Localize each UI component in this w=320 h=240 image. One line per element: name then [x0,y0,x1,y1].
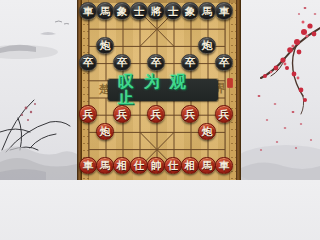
piece-red-advisor[interactable]: 仕 [164,157,182,175]
piece-red-chariot[interactable]: 車 [79,157,97,175]
piece-black-chariot[interactable]: 車 [215,2,233,20]
board-frame-right [236,0,241,180]
piece-red-soldier[interactable]: 兵 [147,105,165,123]
piece-black-cannon[interactable]: 炮 [198,37,216,55]
piece-red-chariot[interactable]: 車 [215,157,233,175]
board-surface[interactable]: 楚 界 車馬象士將士象馬車炮炮卒卒卒卒卒兵兵兵兵兵炮炮車馬相仕帥仕相馬車 叹为观… [82,0,236,180]
piece-black-soldier[interactable]: 卒 [181,54,199,72]
piece-red-horse[interactable]: 馬 [198,157,216,175]
piece-red-soldier[interactable]: 兵 [181,105,199,123]
river-seal-stamp-icon [227,78,233,88]
piece-black-soldier[interactable]: 卒 [147,54,165,72]
caption-banner-text: 叹为观止 [118,74,218,106]
piece-red-soldier[interactable]: 兵 [113,105,131,123]
piece-red-general[interactable]: 帥 [147,157,165,175]
piece-black-horse[interactable]: 馬 [96,2,114,20]
piece-black-elephant[interactable]: 象 [113,2,131,20]
piece-black-elephant[interactable]: 象 [181,2,199,20]
piece-red-cannon[interactable]: 炮 [198,123,216,141]
piece-red-elephant[interactable]: 相 [181,157,199,175]
piece-black-general[interactable]: 將 [147,2,165,20]
app-root: { "game": "xiangqi", "position": { "fen"… [0,0,320,180]
piece-black-cannon[interactable]: 炮 [96,37,114,55]
piece-black-soldier[interactable]: 卒 [215,54,233,72]
piece-red-elephant[interactable]: 相 [113,157,131,175]
piece-red-cannon[interactable]: 炮 [96,123,114,141]
ink-painting-left [0,0,77,180]
piece-red-soldier[interactable]: 兵 [215,105,233,123]
plum-blossom-right [241,0,320,180]
piece-red-advisor[interactable]: 仕 [130,157,148,175]
piece-black-soldier[interactable]: 卒 [79,54,97,72]
piece-black-advisor[interactable]: 士 [130,2,148,20]
piece-black-chariot[interactable]: 車 [79,2,97,20]
piece-black-horse[interactable]: 馬 [198,2,216,20]
piece-black-soldier[interactable]: 卒 [113,54,131,72]
piece-red-horse[interactable]: 馬 [96,157,114,175]
piece-black-advisor[interactable]: 士 [164,2,182,20]
caption-banner: 叹为观止 [108,79,218,101]
xiangqi-board: 楚 界 車馬象士將士象馬車炮炮卒卒卒卒卒兵兵兵兵兵炮炮車馬相仕帥仕相馬車 叹为观… [77,0,241,180]
piece-red-soldier[interactable]: 兵 [79,105,97,123]
